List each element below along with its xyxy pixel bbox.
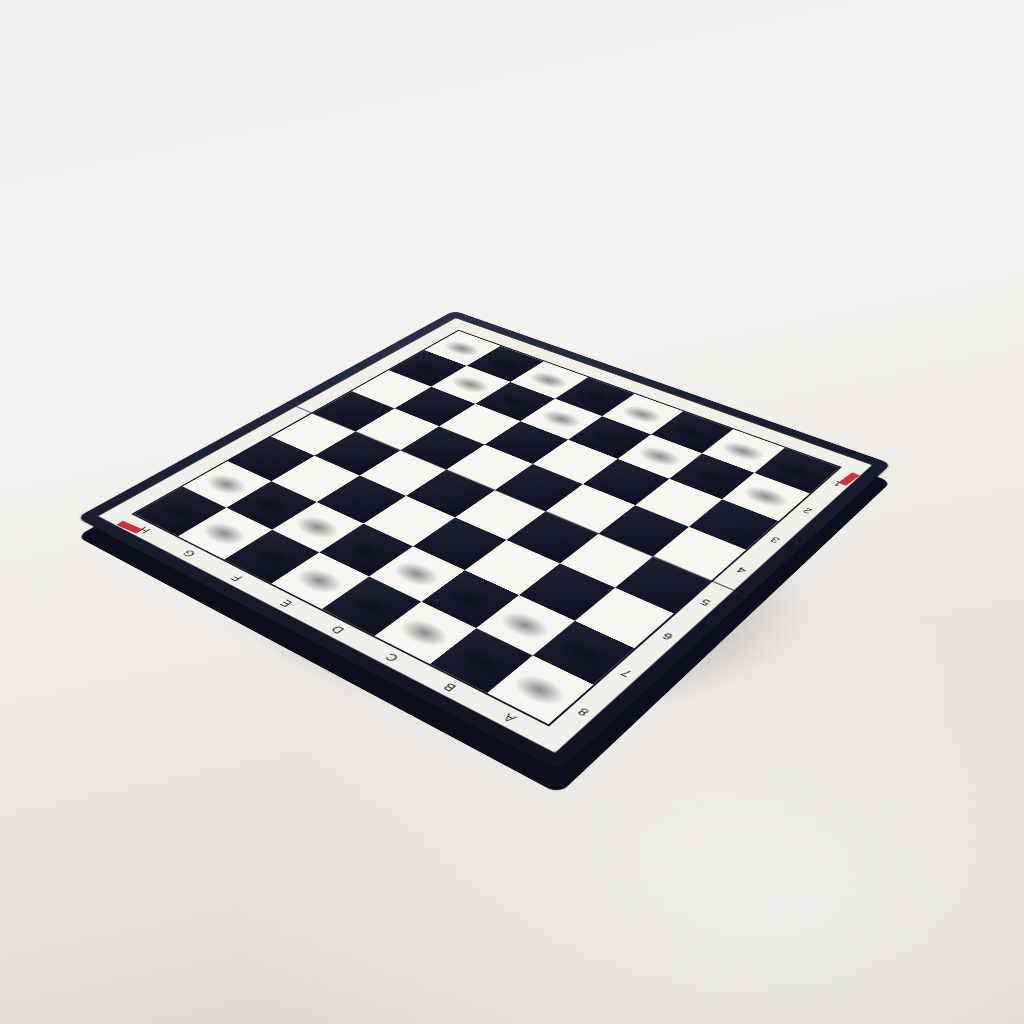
perspective-scene: ♜♞♝♛♚♝♞♜♟♟♟♟♟♟♟♟♟♟♟♟♟♟♟♟♜♞♝♚♛♝♞♜ HGFEDCB…: [205, 200, 785, 780]
rook-glyph: ♜: [499, 611, 575, 700]
pawn-glyph: ♟: [738, 443, 791, 504]
pawn-glyph: ♟: [684, 424, 735, 484]
pawn-glyph: ♟: [583, 387, 632, 445]
pawn-glyph: ♟: [402, 321, 448, 375]
studio-background: ♜♞♝♛♚♝♞♜♟♟♟♟♟♟♟♟♟♟♟♟♟♟♟♟♜♞♝♚♛♝♞♜ HGFEDCB…: [0, 0, 1024, 1024]
pawn-glyph: ♟: [632, 405, 682, 464]
pawn-glyph: ♟: [445, 337, 492, 392]
pawn-glyph: ♟: [489, 353, 536, 409]
pawn-glyph: ♟: [535, 370, 583, 427]
chess-board-grid: ♜♞♝♛♚♝♞♜♟♟♟♟♟♟♟♟♟♟♟♟♟♟♟♟♜♞♝♚♛♝♞♜: [131, 330, 842, 727]
